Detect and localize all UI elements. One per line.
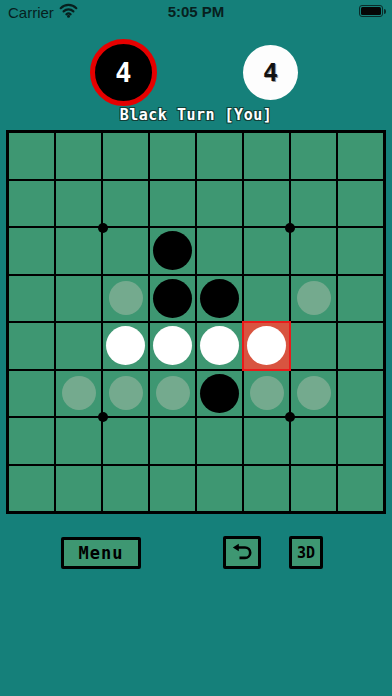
board-cell[interactable] [150, 276, 195, 322]
board-cell[interactable] [150, 181, 195, 227]
board-cell[interactable] [56, 133, 101, 179]
board-cell[interactable] [291, 323, 336, 369]
hint-disc [250, 376, 284, 410]
board-cell[interactable] [9, 418, 54, 464]
board-cell[interactable] [56, 371, 101, 417]
board-cell[interactable] [9, 276, 54, 322]
board-cell[interactable] [244, 133, 289, 179]
board-cell[interactable] [338, 228, 383, 274]
board-cell[interactable] [197, 133, 242, 179]
board-cell[interactable] [150, 133, 195, 179]
status-bar: Carrier 5:05 PM [0, 0, 392, 24]
board-cell[interactable] [150, 323, 195, 369]
board-cell[interactable] [338, 323, 383, 369]
battery-area [359, 5, 386, 17]
undo-icon [230, 541, 254, 565]
board-cell[interactable] [291, 276, 336, 322]
board-cell[interactable] [197, 228, 242, 274]
board-cell[interactable] [291, 228, 336, 274]
board-cell[interactable] [338, 371, 383, 417]
hint-disc [297, 281, 331, 315]
3d-view-button[interactable]: 3D [289, 536, 323, 569]
board-cell[interactable] [291, 133, 336, 179]
app-screen: Carrier 5:05 PM 4 4 Black Turn [You] [0, 0, 392, 696]
board-cell[interactable] [150, 418, 195, 464]
board-cell[interactable] [56, 181, 101, 227]
board-cell[interactable] [103, 371, 148, 417]
board-cell[interactable] [338, 133, 383, 179]
board-cell[interactable] [338, 276, 383, 322]
battery-icon [359, 5, 383, 17]
board-cell[interactable] [244, 276, 289, 322]
board [6, 130, 386, 514]
board-cell[interactable] [338, 181, 383, 227]
white-disc [106, 326, 145, 365]
board-cell[interactable] [103, 228, 148, 274]
black-disc [200, 279, 239, 318]
board-cell[interactable] [150, 466, 195, 512]
board-cell[interactable] [56, 466, 101, 512]
board-cell[interactable] [244, 323, 289, 369]
board-cell[interactable] [291, 371, 336, 417]
board-cell[interactable] [244, 228, 289, 274]
board-cell[interactable] [9, 133, 54, 179]
board-cell[interactable] [244, 181, 289, 227]
board-cell[interactable] [9, 371, 54, 417]
board-cell[interactable] [103, 323, 148, 369]
board-cell[interactable] [9, 181, 54, 227]
white-score-badge: 4 [243, 45, 298, 100]
board-cell[interactable] [56, 276, 101, 322]
board-cell[interactable] [56, 228, 101, 274]
white-disc [153, 326, 192, 365]
board-cell[interactable] [244, 418, 289, 464]
menu-button[interactable]: Menu [61, 537, 141, 569]
board-cell[interactable] [150, 371, 195, 417]
white-disc [247, 326, 286, 365]
black-score-badge: 4 [90, 39, 157, 106]
white-score-value: 4 [263, 58, 278, 87]
board-cell[interactable] [291, 181, 336, 227]
board-cell[interactable] [291, 466, 336, 512]
board-cell[interactable] [197, 323, 242, 369]
board-cell[interactable] [244, 466, 289, 512]
hint-disc [62, 376, 96, 410]
turn-indicator-label: Black Turn [You] [0, 106, 392, 124]
board-cell[interactable] [103, 181, 148, 227]
board-cell[interactable] [103, 133, 148, 179]
board-cell[interactable] [103, 466, 148, 512]
white-disc [200, 326, 239, 365]
board-cell[interactable] [244, 371, 289, 417]
board-cell[interactable] [150, 228, 195, 274]
board-cell[interactable] [338, 466, 383, 512]
board-cell[interactable] [103, 276, 148, 322]
board-cell[interactable] [197, 181, 242, 227]
board-cell[interactable] [291, 418, 336, 464]
board-cell[interactable] [197, 466, 242, 512]
board-cell[interactable] [103, 418, 148, 464]
hint-disc [109, 376, 143, 410]
board-grid [9, 133, 383, 511]
board-cell[interactable] [197, 418, 242, 464]
clock-time: 5:05 PM [0, 3, 392, 20]
board-cell[interactable] [9, 228, 54, 274]
undo-button[interactable] [223, 536, 261, 569]
black-disc [153, 279, 192, 318]
board-cell[interactable] [56, 418, 101, 464]
black-score-value: 4 [115, 57, 131, 88]
board-cell[interactable] [197, 276, 242, 322]
board-cell[interactable] [338, 418, 383, 464]
board-cell[interactable] [197, 371, 242, 417]
black-disc [200, 374, 239, 413]
board-cell[interactable] [9, 323, 54, 369]
hint-disc [156, 376, 190, 410]
hint-disc [297, 376, 331, 410]
black-disc [153, 231, 192, 270]
board-cell[interactable] [56, 323, 101, 369]
board-cell[interactable] [9, 466, 54, 512]
hint-disc [109, 281, 143, 315]
